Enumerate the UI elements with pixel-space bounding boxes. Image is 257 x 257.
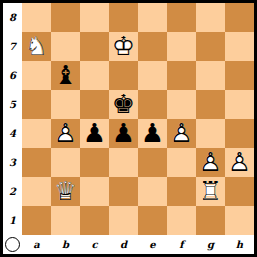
- white-pawn-outline: ♙: [196, 148, 225, 177]
- square-d2[interactable]: [109, 177, 138, 206]
- file-label-a: a: [22, 235, 51, 254]
- black-pawn-fill: ♟: [138, 119, 167, 148]
- white-pawn-fill: ♟: [167, 119, 196, 148]
- rank-label-4: 4: [3, 119, 22, 148]
- black-pawn-c4[interactable]: ♟: [80, 119, 109, 148]
- square-f1[interactable]: [167, 206, 196, 235]
- white-to-move-indicator-icon: [5, 237, 20, 252]
- square-h2[interactable]: [225, 177, 254, 206]
- white-knight-fill: ♞: [22, 32, 51, 61]
- white-pawn-b4[interactable]: ♟♙: [51, 119, 80, 148]
- square-d6[interactable]: [109, 61, 138, 90]
- square-h7[interactable]: [225, 32, 254, 61]
- square-g4[interactable]: [196, 119, 225, 148]
- black-bishop-fill: ♝: [51, 61, 80, 90]
- square-b5[interactable]: [51, 90, 80, 119]
- square-g5[interactable]: [196, 90, 225, 119]
- square-c2[interactable]: [80, 177, 109, 206]
- file-label-c: c: [80, 235, 109, 254]
- square-h6[interactable]: [225, 61, 254, 90]
- white-queen-outline: ♕: [51, 177, 80, 206]
- file-label-g: g: [196, 235, 225, 254]
- square-c8[interactable]: [80, 3, 109, 32]
- square-c7[interactable]: [80, 32, 109, 61]
- square-a4[interactable]: [22, 119, 51, 148]
- square-f8[interactable]: [167, 3, 196, 32]
- square-a6[interactable]: [22, 61, 51, 90]
- white-pawn-g3[interactable]: ♟♙: [196, 148, 225, 177]
- square-e3[interactable]: [138, 148, 167, 177]
- white-rook-outline: ♖: [196, 177, 225, 206]
- square-a2[interactable]: [22, 177, 51, 206]
- square-e8[interactable]: [138, 3, 167, 32]
- rank-label-8: 8: [3, 3, 22, 32]
- square-c5[interactable]: [80, 90, 109, 119]
- black-pawn-d4[interactable]: ♟: [109, 119, 138, 148]
- square-h8[interactable]: [225, 3, 254, 32]
- square-h1[interactable]: [225, 206, 254, 235]
- black-king-fill: ♚: [109, 90, 138, 119]
- white-rook-fill: ♜: [196, 177, 225, 206]
- square-g7[interactable]: [196, 32, 225, 61]
- square-b1[interactable]: [51, 206, 80, 235]
- square-e5[interactable]: [138, 90, 167, 119]
- square-h4[interactable]: [225, 119, 254, 148]
- white-queen-fill: ♛: [51, 177, 80, 206]
- square-e2[interactable]: [138, 177, 167, 206]
- rank-label-2: 2: [3, 177, 22, 206]
- square-b7[interactable]: [51, 32, 80, 61]
- black-bishop-b6[interactable]: ♝: [51, 61, 80, 90]
- white-knight-a7[interactable]: ♞♘: [22, 32, 51, 61]
- square-e7[interactable]: [138, 32, 167, 61]
- square-e1[interactable]: [138, 206, 167, 235]
- file-label-e: e: [138, 235, 167, 254]
- rank-label-3: 3: [3, 148, 22, 177]
- white-knight-outline: ♘: [22, 32, 51, 61]
- rank-label-6: 6: [3, 61, 22, 90]
- white-pawn-fill: ♟: [225, 148, 254, 177]
- white-pawn-outline: ♙: [51, 119, 80, 148]
- square-f6[interactable]: [167, 61, 196, 90]
- square-c3[interactable]: [80, 148, 109, 177]
- square-a5[interactable]: [22, 90, 51, 119]
- square-g6[interactable]: [196, 61, 225, 90]
- square-f5[interactable]: [167, 90, 196, 119]
- white-pawn-h3[interactable]: ♟♙: [225, 148, 254, 177]
- square-a8[interactable]: [22, 3, 51, 32]
- square-c1[interactable]: [80, 206, 109, 235]
- rank-label-5: 5: [3, 90, 22, 119]
- square-a3[interactable]: [22, 148, 51, 177]
- square-e6[interactable]: [138, 61, 167, 90]
- black-king-d5[interactable]: ♚: [109, 90, 138, 119]
- square-d8[interactable]: [109, 3, 138, 32]
- white-pawn-outline: ♙: [167, 119, 196, 148]
- file-label-h: h: [225, 235, 254, 254]
- white-rook-g2[interactable]: ♜♖: [196, 177, 225, 206]
- white-pawn-fill: ♟: [196, 148, 225, 177]
- chess-board: 87♞♘♚♔6♝5♚4♟♙♟♟♟♟♙3♟♙♟♙2♛♕♜♖1abcdefgh: [3, 3, 254, 254]
- white-pawn-fill: ♟: [51, 119, 80, 148]
- black-pawn-e4[interactable]: ♟: [138, 119, 167, 148]
- rank-label-1: 1: [3, 206, 22, 235]
- square-f3[interactable]: [167, 148, 196, 177]
- square-c6[interactable]: [80, 61, 109, 90]
- square-g1[interactable]: [196, 206, 225, 235]
- white-king-fill: ♚: [109, 32, 138, 61]
- side-to-move-corner: [3, 235, 22, 254]
- black-pawn-fill: ♟: [109, 119, 138, 148]
- white-pawn-outline: ♙: [225, 148, 254, 177]
- square-g8[interactable]: [196, 3, 225, 32]
- white-king-d7[interactable]: ♚♔: [109, 32, 138, 61]
- file-label-f: f: [167, 235, 196, 254]
- square-f2[interactable]: [167, 177, 196, 206]
- chess-diagram: 87♞♘♚♔6♝5♚4♟♙♟♟♟♟♙3♟♙♟♙2♛♕♜♖1abcdefgh: [0, 0, 257, 257]
- white-pawn-f4[interactable]: ♟♙: [167, 119, 196, 148]
- black-pawn-fill: ♟: [80, 119, 109, 148]
- square-b3[interactable]: [51, 148, 80, 177]
- rank-label-7: 7: [3, 32, 22, 61]
- square-d1[interactable]: [109, 206, 138, 235]
- file-label-d: d: [109, 235, 138, 254]
- square-h5[interactable]: [225, 90, 254, 119]
- square-d3[interactable]: [109, 148, 138, 177]
- square-f7[interactable]: [167, 32, 196, 61]
- square-a1[interactable]: [22, 206, 51, 235]
- square-b8[interactable]: [51, 3, 80, 32]
- file-label-b: b: [51, 235, 80, 254]
- white-queen-b2[interactable]: ♛♕: [51, 177, 80, 206]
- white-king-outline: ♔: [109, 32, 138, 61]
